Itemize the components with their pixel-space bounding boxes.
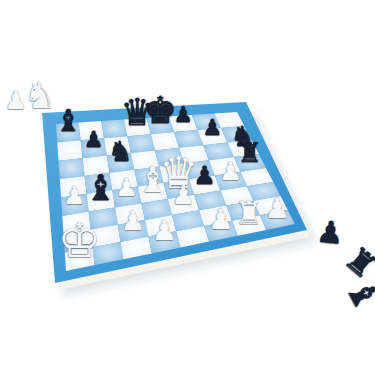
piece-white-pawn-d1[interactable]: ♟ bbox=[152, 218, 177, 246]
piece-white-rook-g1[interactable]: ♜ bbox=[235, 197, 264, 229]
piece-white-pawn-g4[interactable]: ♟ bbox=[219, 159, 242, 184]
piece-white-king-a1[interactable]: ♚ bbox=[58, 216, 102, 265]
piece-white-pawn-c4[interactable]: ♟ bbox=[115, 175, 138, 200]
piece-black-knight-c6[interactable]: ♞ bbox=[108, 138, 133, 166]
piece-black-queen-d8[interactable]: ♛ bbox=[120, 94, 153, 131]
piece-white-pawn-c2[interactable]: ♟ bbox=[121, 207, 145, 234]
captured-black-pawn[interactable]: ♟ bbox=[315, 216, 345, 249]
piece-black-bishop-a8[interactable]: ♝ bbox=[55, 106, 82, 136]
piece-white-pawn-h1[interactable]: ♟ bbox=[265, 195, 290, 223]
square-a7[interactable] bbox=[57, 140, 82, 161]
piece-black-pawn-b7[interactable]: ♟ bbox=[83, 128, 103, 150]
piece-white-pawn-a4[interactable]: ♟ bbox=[63, 183, 86, 208]
piece-black-pawn-g7[interactable]: ♟ bbox=[202, 117, 222, 139]
piece-white-pawn-e3[interactable]: ♟ bbox=[172, 182, 195, 208]
captured-white-knight[interactable]: ♞ bbox=[24, 78, 56, 114]
square-a6[interactable] bbox=[59, 158, 85, 179]
chess-set-photo: ♝♛♚♟♟♟♞♞♜♟♝♟♝♛♟♟♟♟♚♟♟♜♟♟♞♟♜♝ bbox=[0, 0, 375, 375]
piece-black-bishop-b4[interactable]: ♝ bbox=[85, 170, 117, 205]
piece-white-pawn-f1[interactable]: ♟ bbox=[208, 206, 233, 234]
piece-white-bishop-d4[interactable]: ♝ bbox=[137, 162, 169, 197]
